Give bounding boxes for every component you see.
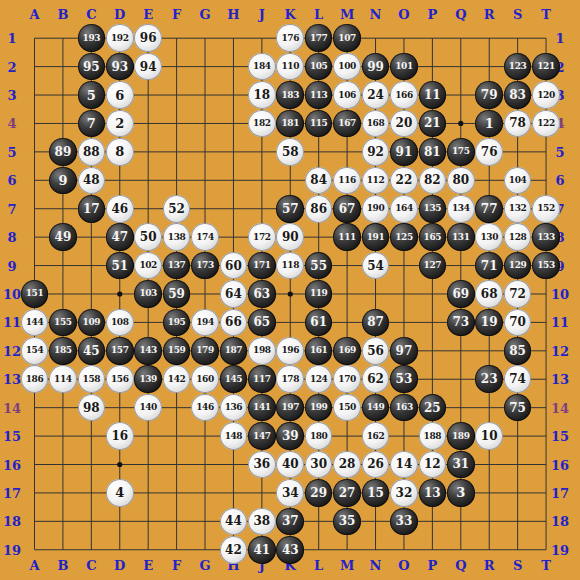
move-number: 8	[115, 145, 124, 158]
stone-black-191: 191	[362, 223, 390, 251]
move-number: 71	[481, 260, 498, 272]
stone-white-164: 164	[390, 195, 418, 223]
stone-white-156: 156	[106, 365, 134, 393]
move-number: 125	[395, 233, 413, 242]
move-number: 127	[424, 261, 442, 270]
move-number: 151	[26, 289, 44, 298]
stone-white-6: 6	[106, 81, 134, 109]
stone-white-76: 76	[475, 138, 503, 166]
row-label-left: 2	[7, 60, 16, 73]
move-number: 92	[367, 146, 384, 158]
stone-white-190: 190	[362, 195, 390, 223]
row-label-right: 1	[555, 32, 564, 45]
stone-white-14: 14	[390, 451, 418, 479]
stone-black-29: 29	[305, 479, 333, 507]
move-number: 56	[367, 345, 384, 357]
move-number: 131	[452, 233, 470, 242]
move-number: 65	[253, 316, 270, 328]
move-number: 174	[196, 233, 214, 242]
row-label-right: 12	[551, 344, 569, 357]
move-number: 59	[168, 288, 185, 300]
stone-black-5: 5	[78, 81, 106, 109]
move-number: 106	[338, 91, 356, 100]
move-number: 72	[509, 288, 526, 300]
stone-white-86: 86	[305, 195, 333, 223]
move-number: 183	[281, 91, 299, 100]
move-number: 189	[452, 432, 470, 441]
column-label-top: T	[541, 7, 551, 20]
stone-black-143: 143	[134, 337, 162, 365]
move-number: 68	[481, 288, 498, 300]
move-number: 69	[452, 288, 469, 300]
stone-black-71: 71	[475, 252, 503, 280]
row-label-right: 5	[555, 145, 564, 158]
move-number: 167	[338, 119, 356, 128]
row-label-left: 12	[3, 344, 21, 357]
move-number: 124	[310, 375, 328, 384]
move-number: 14	[396, 458, 413, 470]
move-number: 93	[111, 61, 128, 73]
stone-black-31: 31	[447, 451, 475, 479]
stone-black-159: 159	[163, 337, 191, 365]
stone-white-196: 196	[276, 337, 304, 365]
stone-white-176: 176	[276, 24, 304, 52]
stone-white-128: 128	[504, 223, 532, 251]
stone-black-91: 91	[390, 138, 418, 166]
stone-black-167: 167	[333, 110, 361, 138]
stone-black-35: 35	[333, 508, 361, 536]
move-number: 82	[424, 174, 441, 186]
column-label-top: C	[86, 7, 96, 20]
move-number: 154	[26, 346, 44, 355]
stone-white-158: 158	[78, 365, 106, 393]
column-label-top: K	[285, 7, 296, 20]
move-number: 74	[509, 373, 526, 385]
stone-white-92: 92	[362, 138, 390, 166]
stone-white-72: 72	[504, 280, 532, 308]
stone-white-32: 32	[390, 479, 418, 507]
row-label-left: 9	[7, 259, 16, 272]
move-number: 105	[310, 62, 328, 71]
stone-white-116: 116	[333, 167, 361, 195]
row-label-right: 15	[551, 430, 569, 443]
stone-black-27: 27	[333, 479, 361, 507]
stone-white-182: 182	[248, 110, 276, 138]
stone-black-47: 47	[106, 223, 134, 251]
move-number: 17	[83, 203, 100, 215]
move-number: 136	[225, 403, 243, 412]
move-number: 110	[281, 62, 299, 71]
move-number: 77	[481, 203, 498, 215]
move-number: 156	[111, 375, 129, 384]
move-number: 194	[196, 318, 214, 327]
column-label-top: P	[427, 7, 437, 20]
move-number: 53	[396, 373, 413, 385]
stone-black-125: 125	[390, 223, 418, 251]
stone-white-2: 2	[106, 110, 134, 138]
move-number: 83	[509, 89, 526, 101]
move-number: 21	[424, 117, 441, 129]
column-label-bottom: L	[314, 559, 323, 572]
stone-white-130: 130	[475, 223, 503, 251]
move-number: 115	[310, 119, 328, 128]
row-label-left: 7	[7, 202, 16, 215]
move-number: 61	[310, 316, 327, 328]
move-number: 54	[367, 260, 384, 272]
column-label-bottom: S	[513, 559, 522, 572]
move-number: 123	[509, 62, 527, 71]
stone-white-10: 10	[475, 422, 503, 450]
stone-black-173: 173	[191, 252, 219, 280]
move-number: 114	[54, 375, 72, 384]
stone-white-186: 186	[21, 365, 49, 393]
stone-white-134: 134	[447, 195, 475, 223]
stone-black-13: 13	[419, 479, 447, 507]
stone-black-93: 93	[106, 53, 134, 81]
move-number: 98	[83, 402, 100, 414]
move-number: 52	[168, 203, 185, 215]
move-number: 99	[367, 61, 384, 73]
column-label-bottom: E	[143, 559, 153, 572]
stone-black-113: 113	[305, 81, 333, 109]
move-number: 37	[282, 515, 299, 527]
stone-black-41: 41	[248, 536, 276, 564]
column-label-bottom: D	[114, 559, 125, 572]
move-number: 128	[509, 233, 527, 242]
stone-black-59: 59	[163, 280, 191, 308]
move-number: 180	[310, 432, 328, 441]
move-number: 10	[481, 430, 498, 442]
move-number: 96	[140, 32, 157, 44]
move-number: 18	[253, 89, 270, 101]
stone-white-146: 146	[191, 394, 219, 422]
stone-white-38: 38	[248, 508, 276, 536]
column-label-top: L	[314, 7, 323, 20]
stone-white-52: 52	[163, 195, 191, 223]
move-number: 41	[253, 544, 270, 556]
stone-white-42: 42	[220, 536, 248, 564]
stone-white-114: 114	[49, 365, 77, 393]
move-number: 168	[367, 119, 385, 128]
column-label-bottom: N	[370, 559, 382, 572]
column-label-bottom: P	[427, 559, 437, 572]
move-number: 3	[456, 486, 465, 499]
move-number: 29	[310, 487, 327, 499]
move-number: 133	[537, 233, 555, 242]
move-number: 108	[111, 318, 129, 327]
column-label-bottom: A	[29, 559, 39, 572]
stone-black-133: 133	[532, 223, 560, 251]
column-label-bottom: Q	[455, 559, 466, 572]
stone-white-148: 148	[220, 422, 248, 450]
move-number: 1	[485, 117, 494, 130]
move-number: 64	[225, 288, 242, 300]
stone-black-111: 111	[333, 223, 361, 251]
move-number: 20	[396, 117, 413, 129]
move-number: 116	[338, 176, 356, 185]
column-label-bottom: M	[340, 559, 354, 572]
move-number: 144	[26, 318, 44, 327]
stone-black-49: 49	[49, 223, 77, 251]
stone-white-108: 108	[106, 309, 134, 337]
stone-black-89: 89	[49, 138, 77, 166]
row-label-left: 19	[3, 543, 21, 556]
move-number: 134	[452, 204, 470, 213]
stone-white-178: 178	[276, 365, 304, 393]
move-number: 164	[395, 204, 413, 213]
move-number: 190	[367, 204, 385, 213]
move-number: 88	[83, 146, 100, 158]
row-label-right: 18	[551, 515, 569, 528]
move-number: 170	[338, 375, 356, 384]
column-label-bottom: C	[86, 559, 96, 572]
stone-white-194: 194	[191, 309, 219, 337]
stone-black-103: 103	[134, 280, 162, 308]
stone-white-162: 162	[362, 422, 390, 450]
move-number: 188	[424, 432, 442, 441]
row-label-left: 16	[3, 458, 21, 471]
move-number: 57	[282, 203, 299, 215]
stone-black-83: 83	[504, 81, 532, 109]
move-number: 120	[537, 91, 555, 100]
stone-black-141: 141	[248, 394, 276, 422]
move-number: 104	[509, 176, 527, 185]
move-number: 55	[310, 260, 327, 272]
move-number: 141	[253, 403, 271, 412]
move-number: 185	[54, 346, 72, 355]
stone-white-58: 58	[276, 138, 304, 166]
stone-white-56: 56	[362, 337, 390, 365]
stone-white-40: 40	[276, 451, 304, 479]
move-number: 6	[115, 89, 124, 102]
move-number: 97	[396, 345, 413, 357]
row-label-right: 13	[551, 373, 569, 386]
move-number: 119	[310, 289, 328, 298]
stone-black-79: 79	[475, 81, 503, 109]
stone-black-3: 3	[447, 479, 475, 507]
move-number: 7	[87, 117, 96, 130]
move-number: 139	[139, 375, 157, 384]
stone-white-150: 150	[333, 394, 361, 422]
stone-black-151: 151	[21, 280, 49, 308]
move-number: 118	[281, 261, 299, 270]
stone-black-171: 171	[248, 252, 276, 280]
move-number: 73	[452, 316, 469, 328]
stone-white-48: 48	[78, 167, 106, 195]
stone-black-107: 107	[333, 24, 361, 52]
move-number: 157	[111, 346, 129, 355]
stone-white-36: 36	[248, 451, 276, 479]
move-number: 193	[83, 34, 101, 43]
move-number: 198	[253, 346, 271, 355]
stone-black-109: 109	[78, 309, 106, 337]
column-label-top: F	[172, 7, 181, 20]
move-number: 78	[509, 117, 526, 129]
move-number: 23	[481, 373, 498, 385]
column-label-bottom: F	[172, 559, 181, 572]
move-number: 112	[367, 176, 385, 185]
column-label-top: H	[227, 7, 239, 20]
stone-white-82: 82	[419, 167, 447, 195]
move-number: 60	[225, 260, 242, 272]
move-number: 132	[509, 204, 527, 213]
stone-white-20: 20	[390, 110, 418, 138]
stone-black-11: 11	[419, 81, 447, 109]
move-number: 195	[168, 318, 186, 327]
move-number: 178	[281, 375, 299, 384]
move-number: 91	[396, 146, 413, 158]
column-label-top: J	[259, 7, 265, 20]
row-label-right: 6	[555, 174, 564, 187]
stone-black-9: 9	[49, 167, 77, 195]
move-number: 13	[424, 487, 441, 499]
stone-white-174: 174	[191, 223, 219, 251]
stone-black-63: 63	[248, 280, 276, 308]
move-number: 35	[339, 515, 356, 527]
stone-white-120: 120	[532, 81, 560, 109]
column-label-top: O	[398, 7, 409, 20]
stone-black-23: 23	[475, 365, 503, 393]
move-number: 81	[424, 146, 441, 158]
stone-white-50: 50	[134, 223, 162, 251]
stone-black-179: 179	[191, 337, 219, 365]
stone-black-119: 119	[305, 280, 333, 308]
stone-white-172: 172	[248, 223, 276, 251]
column-label-top: M	[340, 7, 354, 20]
move-number: 58	[282, 146, 299, 158]
move-number: 130	[480, 233, 498, 242]
move-number: 173	[196, 261, 214, 270]
star-point	[117, 291, 122, 296]
move-number: 148	[225, 432, 243, 441]
move-number: 62	[367, 373, 384, 385]
move-number: 84	[310, 174, 327, 186]
move-number: 146	[196, 403, 214, 412]
row-label-right: 16	[551, 458, 569, 471]
stone-black-17: 17	[78, 195, 106, 223]
move-number: 111	[338, 233, 356, 242]
stone-black-51: 51	[106, 252, 134, 280]
stone-black-117: 117	[248, 365, 276, 393]
stone-white-64: 64	[220, 280, 248, 308]
column-label-bottom: T	[541, 559, 551, 572]
move-number: 191	[367, 233, 385, 242]
stone-white-18: 18	[248, 81, 276, 109]
row-label-left: 15	[3, 430, 21, 443]
move-number: 175	[452, 147, 470, 156]
go-board[interactable]: AABBCCDDEEFFGGHHJJKKLLMMNNOOPPQQRRSSTT11…	[0, 0, 580, 580]
stone-black-161: 161	[305, 337, 333, 365]
move-number: 25	[424, 402, 441, 414]
move-number: 160	[196, 375, 214, 384]
stone-black-97: 97	[390, 337, 418, 365]
move-number: 117	[253, 375, 271, 384]
stone-black-155: 155	[49, 309, 77, 337]
move-number: 26	[367, 458, 384, 470]
stone-black-175: 175	[447, 138, 475, 166]
move-number: 176	[281, 34, 299, 43]
move-number: 197	[281, 403, 299, 412]
stone-white-132: 132	[504, 195, 532, 223]
row-label-right: 17	[551, 486, 569, 499]
move-number: 147	[253, 432, 271, 441]
column-label-bottom: O	[398, 559, 409, 572]
stone-white-122: 122	[532, 110, 560, 138]
move-number: 46	[111, 203, 128, 215]
move-number: 24	[367, 89, 384, 101]
move-number: 109	[83, 318, 101, 327]
stone-black-165: 165	[419, 223, 447, 251]
move-number: 155	[54, 318, 72, 327]
move-number: 143	[139, 346, 157, 355]
stone-black-157: 157	[106, 337, 134, 365]
stone-black-121: 121	[532, 53, 560, 81]
star-point	[117, 462, 122, 467]
move-number: 102	[139, 261, 157, 270]
stone-white-198: 198	[248, 337, 276, 365]
move-number: 50	[140, 231, 157, 243]
column-label-top: S	[513, 7, 522, 20]
move-number: 89	[55, 146, 72, 158]
stone-black-65: 65	[248, 309, 276, 337]
move-number: 76	[481, 146, 498, 158]
move-number: 100	[338, 62, 356, 71]
move-number: 16	[111, 430, 128, 442]
stone-black-169: 169	[333, 337, 361, 365]
stone-black-185: 185	[49, 337, 77, 365]
stone-white-34: 34	[276, 479, 304, 507]
stone-black-135: 135	[419, 195, 447, 223]
column-label-top: N	[370, 7, 382, 20]
row-label-right: 11	[551, 316, 569, 329]
move-number: 161	[310, 346, 328, 355]
move-number: 95	[83, 61, 100, 73]
stone-white-180: 180	[305, 422, 333, 450]
move-number: 181	[281, 119, 299, 128]
move-number: 107	[338, 34, 356, 43]
column-label-top: D	[114, 7, 125, 20]
stone-white-184: 184	[248, 53, 276, 81]
column-label-top: B	[57, 7, 68, 20]
move-number: 142	[168, 375, 186, 384]
move-number: 22	[396, 174, 413, 186]
stone-white-160: 160	[191, 365, 219, 393]
move-number: 184	[253, 62, 271, 71]
stone-black-15: 15	[362, 479, 390, 507]
stone-black-45: 45	[78, 337, 106, 365]
column-label-bottom: G	[199, 559, 210, 572]
move-number: 138	[168, 233, 186, 242]
move-number: 33	[396, 515, 413, 527]
move-number: 162	[367, 432, 385, 441]
column-label-top: A	[29, 7, 39, 20]
move-number: 66	[225, 316, 242, 328]
move-number: 45	[83, 345, 100, 357]
row-label-left: 3	[7, 89, 16, 102]
move-number: 165	[424, 233, 442, 242]
stone-white-62: 62	[362, 365, 390, 393]
stone-white-138: 138	[163, 223, 191, 251]
move-number: 12	[424, 458, 441, 470]
move-number: 103	[139, 289, 157, 298]
column-label-top: G	[199, 7, 210, 20]
row-label-left: 18	[3, 515, 21, 528]
stone-white-188: 188	[419, 422, 447, 450]
move-number: 196	[281, 346, 299, 355]
stone-black-39: 39	[276, 422, 304, 450]
move-number: 172	[253, 233, 271, 242]
stone-white-90: 90	[276, 223, 304, 251]
